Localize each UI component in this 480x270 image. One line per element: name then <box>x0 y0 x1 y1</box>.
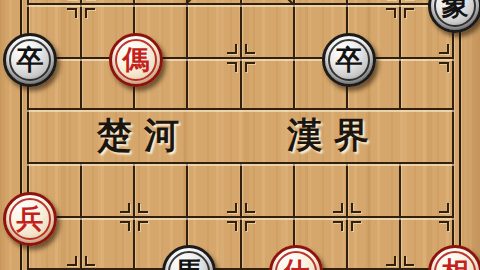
piece-black-elephant[interactable]: 象 <box>428 0 480 33</box>
grid-line <box>27 162 454 164</box>
grid-line <box>459 0 461 270</box>
point-marker <box>386 8 396 18</box>
point-marker <box>227 221 237 231</box>
point-marker <box>227 62 237 72</box>
river-label-chu-he: 楚河 <box>97 111 191 159</box>
piece-glyph: 卒 <box>336 47 363 74</box>
grid-line <box>27 108 454 110</box>
piece-red-advisor[interactable]: 仕 <box>269 245 323 270</box>
point-marker <box>439 221 449 231</box>
point-marker <box>404 8 414 18</box>
piece-black-horse[interactable]: 馬 <box>162 245 216 270</box>
point-marker <box>85 256 95 266</box>
point-marker <box>245 62 255 72</box>
point-marker <box>439 62 449 72</box>
piece-glyph: 卒 <box>17 47 44 74</box>
point-marker <box>227 44 237 54</box>
piece-red-elephant[interactable]: 相 <box>428 245 480 270</box>
point-marker <box>227 203 237 213</box>
grid-line <box>27 216 454 218</box>
piece-black-soldier-a[interactable]: 卒 <box>3 33 57 87</box>
grid-line <box>399 0 401 110</box>
xiangqi-board: 楚河 漢界 象卒傌卒兵馬仕相 <box>0 0 480 270</box>
point-marker <box>85 8 95 18</box>
grid-line <box>293 0 295 110</box>
point-marker <box>120 203 130 213</box>
piece-red-horse[interactable]: 傌 <box>109 33 163 87</box>
grid-line <box>186 0 188 110</box>
piece-glyph: 兵 <box>17 206 44 233</box>
point-marker <box>439 203 449 213</box>
piece-glyph: 傌 <box>123 47 150 74</box>
point-marker <box>138 203 148 213</box>
point-marker <box>245 44 255 54</box>
piece-glyph: 馬 <box>176 259 203 270</box>
point-marker <box>386 256 396 266</box>
grid-line <box>27 57 454 59</box>
point-marker <box>138 221 148 231</box>
point-marker <box>404 256 414 266</box>
point-marker <box>245 203 255 213</box>
point-marker <box>351 203 361 213</box>
point-marker <box>245 221 255 231</box>
piece-glyph: 仕 <box>283 259 310 270</box>
grid-line <box>27 3 454 5</box>
piece-black-soldier-b[interactable]: 卒 <box>322 33 376 87</box>
point-marker <box>120 221 130 231</box>
grid-line <box>240 0 242 110</box>
piece-red-soldier[interactable]: 兵 <box>3 192 57 246</box>
point-marker <box>351 221 361 231</box>
point-marker <box>67 256 77 266</box>
grid-line <box>452 0 454 270</box>
piece-glyph: 象 <box>442 0 469 20</box>
grid-line <box>80 0 82 110</box>
point-marker <box>333 221 343 231</box>
piece-glyph: 相 <box>442 259 469 270</box>
point-marker <box>333 203 343 213</box>
point-marker <box>67 8 77 18</box>
point-marker <box>439 44 449 54</box>
river-label-han-jie: 漢界 <box>287 111 381 159</box>
